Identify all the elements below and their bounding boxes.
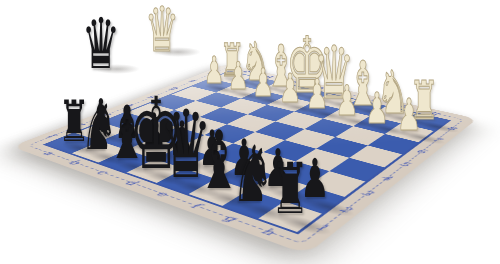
piece-white-pawn-a7: ♟ (203, 53, 224, 90)
piece-black-knight-g1: ♞ (232, 135, 275, 213)
piece-white-pawn-c7: ♟ (252, 63, 274, 102)
off-board-piece-black-queen: ♛ (82, 9, 121, 79)
off-board-piece-white-queen: ♛ (145, 0, 179, 61)
piece-white-pawn-b7: ♟ (227, 58, 248, 96)
piece-white-pawn-f7: ♟ (335, 80, 358, 122)
piece-white-pawn-g7: ♟ (365, 87, 389, 130)
product-photo-scene: aabbccddeeffgghh1122334455667788 ♜♞♝♚♛♝♞… (0, 0, 500, 264)
piece-white-pawn-e7: ♟ (306, 74, 329, 115)
piece-white-pawn-h7: ♟ (397, 94, 421, 138)
piece-black-rook-h1: ♜ (271, 154, 310, 224)
piece-white-pawn-d7: ♟ (279, 69, 301, 109)
